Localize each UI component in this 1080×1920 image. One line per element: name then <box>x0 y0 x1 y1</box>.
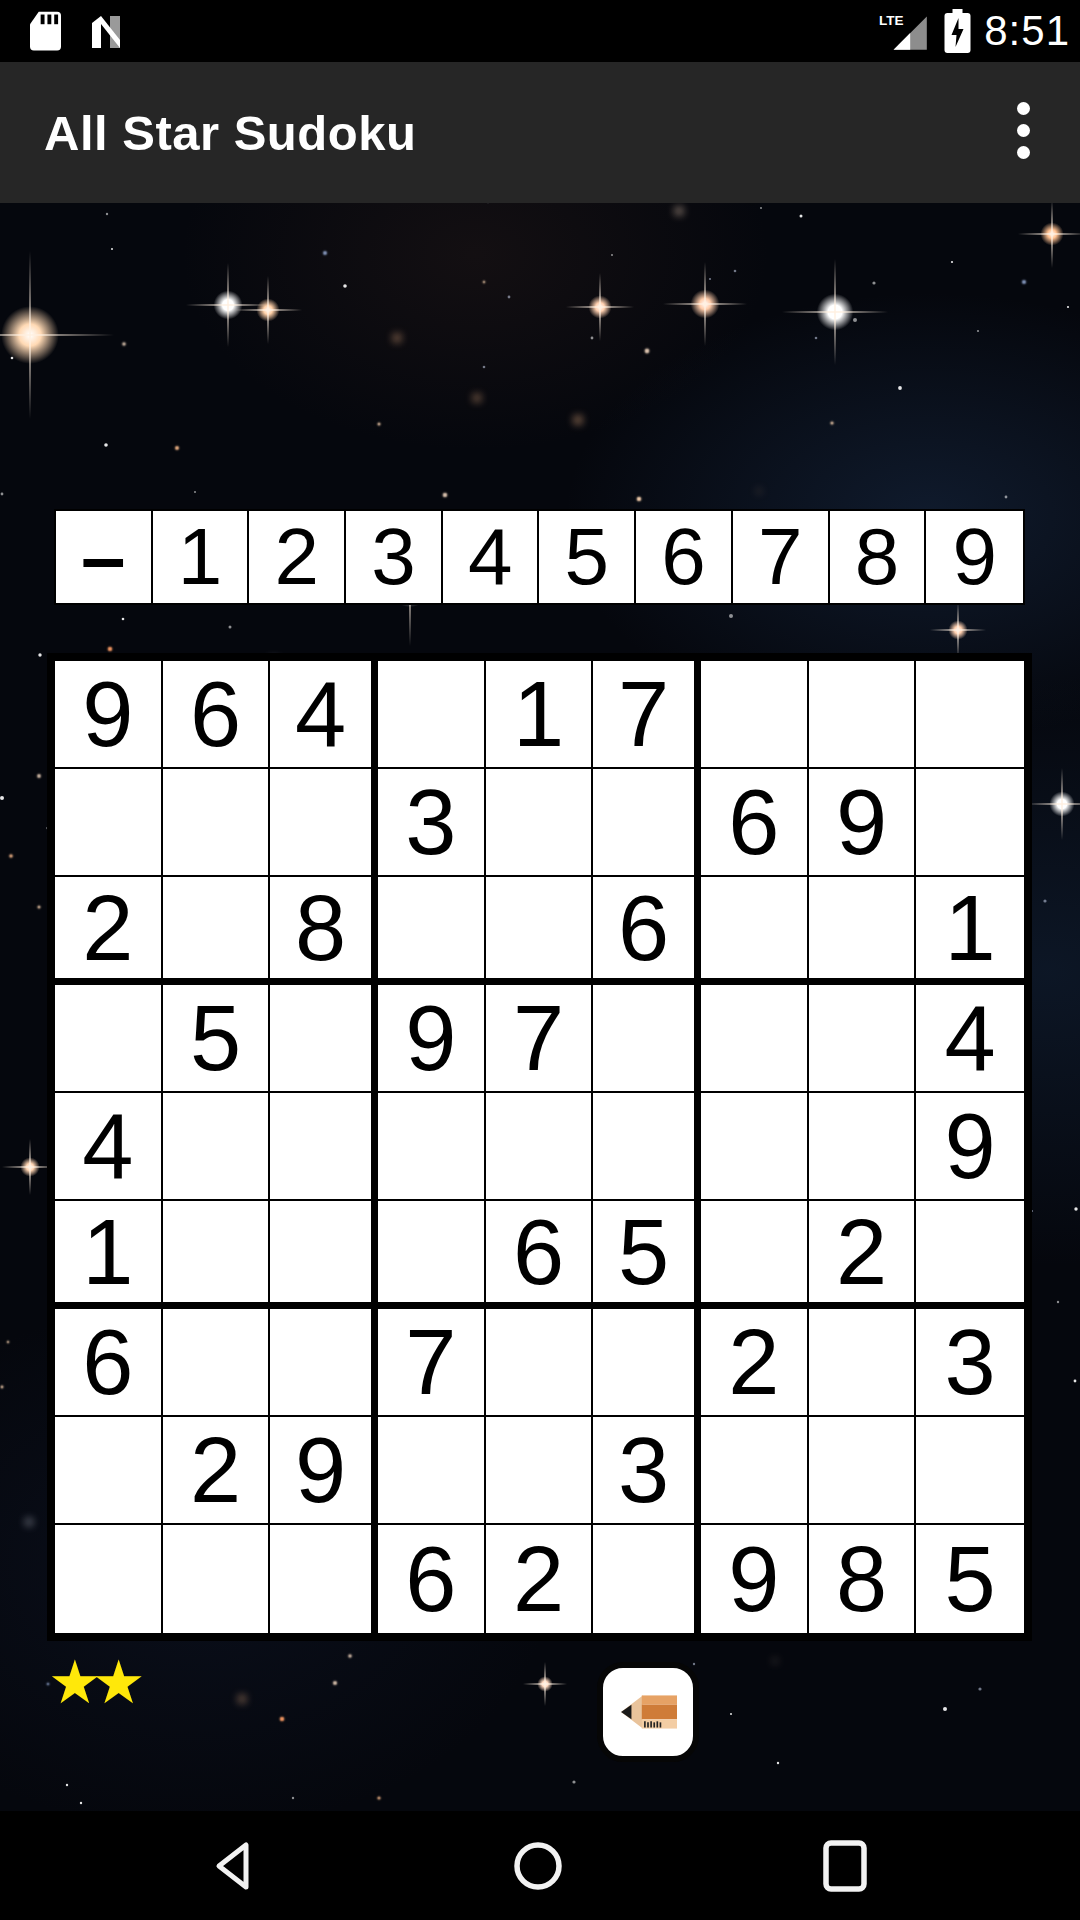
sudoku-cell-r2c8[interactable]: 9 <box>809 769 917 877</box>
sudoku-cell-r7c9[interactable]: 3 <box>916 1309 1024 1417</box>
battery-charging-icon <box>944 9 971 53</box>
sudoku-cell-r8c6[interactable]: 3 <box>593 1417 701 1525</box>
sudoku-cell-r9c8[interactable]: 8 <box>809 1525 917 1633</box>
sudoku-cell-r1c8[interactable] <box>809 661 917 769</box>
sudoku-cell-r2c2[interactable] <box>163 769 271 877</box>
status-bar-left <box>30 0 125 62</box>
sudoku-cell-r2c9[interactable] <box>916 769 1024 877</box>
sd-card-icon <box>30 11 61 51</box>
sudoku-cell-r3c2[interactable] <box>163 877 271 985</box>
sudoku-cell-r3c3[interactable]: 8 <box>270 877 378 985</box>
sudoku-cell-r9c6[interactable] <box>593 1525 701 1633</box>
sudoku-cell-r9c4[interactable]: 6 <box>378 1525 486 1633</box>
sudoku-cell-r5c4[interactable] <box>378 1093 486 1201</box>
sudoku-cell-r9c5[interactable]: 2 <box>486 1525 594 1633</box>
sudoku-cell-r8c5[interactable] <box>486 1417 594 1525</box>
difficulty-star-icon: ★ <box>48 1647 92 1717</box>
sudoku-cell-r7c7[interactable]: 2 <box>701 1309 809 1417</box>
sudoku-cell-r8c9[interactable] <box>916 1417 1024 1525</box>
sudoku-cell-r3c8[interactable] <box>809 877 917 985</box>
sudoku-cell-r5c7[interactable] <box>701 1093 809 1201</box>
clock: 8:51 <box>984 7 1070 55</box>
sudoku-cell-r7c6[interactable] <box>593 1309 701 1417</box>
sudoku-cell-r2c6[interactable] <box>593 769 701 877</box>
sudoku-cell-r4c9[interactable]: 4 <box>916 985 1024 1093</box>
sudoku-cell-r4c7[interactable] <box>701 985 809 1093</box>
difficulty-star-icon: ★ <box>92 1647 136 1717</box>
sudoku-cell-r4c8[interactable] <box>809 985 917 1093</box>
signal-icon: LTE <box>879 12 931 50</box>
sudoku-cell-r8c2[interactable]: 2 <box>163 1417 271 1525</box>
palette-4-button[interactable]: 4 <box>443 511 540 603</box>
sudoku-cell-r6c2[interactable] <box>163 1201 271 1309</box>
sudoku-cell-r1c4[interactable] <box>378 661 486 769</box>
sudoku-cell-r6c1[interactable]: 1 <box>55 1201 163 1309</box>
overflow-menu-icon[interactable] <box>1017 102 1030 159</box>
palette-7-button[interactable]: 7 <box>733 511 830 603</box>
nav-bar <box>0 1811 1080 1920</box>
sudoku-cell-r9c1[interactable] <box>55 1525 163 1633</box>
palette-9-button[interactable]: 9 <box>926 511 1023 603</box>
sudoku-cell-r8c3[interactable]: 9 <box>270 1417 378 1525</box>
palette-2-button[interactable]: 2 <box>249 511 346 603</box>
sudoku-cell-r1c5[interactable]: 1 <box>486 661 594 769</box>
sudoku-cell-r8c7[interactable] <box>701 1417 809 1525</box>
sudoku-cell-r9c7[interactable]: 9 <box>701 1525 809 1633</box>
sudoku-cell-r4c3[interactable] <box>270 985 378 1093</box>
palette-6-button[interactable]: 6 <box>636 511 733 603</box>
palette-5-button[interactable]: 5 <box>539 511 636 603</box>
recents-button[interactable] <box>821 1840 869 1892</box>
sudoku-cell-r2c4[interactable]: 3 <box>378 769 486 877</box>
sudoku-cell-r6c6[interactable]: 5 <box>593 1201 701 1309</box>
home-button[interactable] <box>512 1840 564 1892</box>
sudoku-cell-r5c1[interactable]: 4 <box>55 1093 163 1201</box>
app-bar: All Star Sudoku <box>0 62 1080 203</box>
sudoku-cell-r1c7[interactable] <box>701 661 809 769</box>
sudoku-cell-r2c5[interactable] <box>486 769 594 877</box>
sudoku-cell-r7c8[interactable] <box>809 1309 917 1417</box>
sudoku-cell-r7c3[interactable] <box>270 1309 378 1417</box>
sudoku-cell-r7c1[interactable]: 6 <box>55 1309 163 1417</box>
sudoku-cell-r3c5[interactable] <box>486 877 594 985</box>
palette-3-button[interactable]: 3 <box>346 511 443 603</box>
back-button[interactable] <box>211 1840 255 1892</box>
sudoku-cell-r1c2[interactable]: 6 <box>163 661 271 769</box>
difficulty-stars: ★★ <box>48 1652 136 1712</box>
sudoku-cell-r6c9[interactable] <box>916 1201 1024 1309</box>
sudoku-cell-r8c8[interactable] <box>809 1417 917 1525</box>
network-label: LTE <box>879 13 904 28</box>
status-bar-right: LTE 8:51 <box>879 0 1070 62</box>
sudoku-cell-r6c4[interactable] <box>378 1201 486 1309</box>
page-title: All Star Sudoku <box>44 62 416 203</box>
sudoku-cell-r5c9[interactable]: 9 <box>916 1093 1024 1201</box>
sudoku-cell-r1c1[interactable]: 9 <box>55 661 163 769</box>
recents-icon <box>821 1840 869 1892</box>
sudoku-cell-r4c1[interactable] <box>55 985 163 1093</box>
sudoku-cell-r4c4[interactable]: 9 <box>378 985 486 1093</box>
pencil-mode-button[interactable] <box>597 1662 699 1762</box>
sudoku-cell-r7c5[interactable] <box>486 1309 594 1417</box>
sudoku-cell-r5c8[interactable] <box>809 1093 917 1201</box>
android-nougat-icon <box>87 13 125 49</box>
sudoku-cell-r4c2[interactable]: 5 <box>163 985 271 1093</box>
sudoku-cell-r1c6[interactable]: 7 <box>593 661 701 769</box>
sudoku-cell-r3c6[interactable]: 6 <box>593 877 701 985</box>
sudoku-board: 9641736928615974491652672329362985 <box>47 653 1032 1641</box>
sudoku-cell-r4c5[interactable]: 7 <box>486 985 594 1093</box>
sudoku-cell-r6c8[interactable]: 2 <box>809 1201 917 1309</box>
sudoku-cell-r6c7[interactable] <box>701 1201 809 1309</box>
sudoku-cell-r6c3[interactable] <box>270 1201 378 1309</box>
sudoku-cell-r5c5[interactable] <box>486 1093 594 1201</box>
sudoku-cell-r6c5[interactable]: 6 <box>486 1201 594 1309</box>
sudoku-cell-r7c4[interactable]: 7 <box>378 1309 486 1417</box>
status-bar: LTE 8:51 <box>0 0 1080 62</box>
home-icon <box>512 1840 564 1892</box>
sudoku-cell-r3c1[interactable]: 2 <box>55 877 163 985</box>
palette-1-button[interactable]: 1 <box>153 511 250 603</box>
sudoku-cell-r1c9[interactable] <box>916 661 1024 769</box>
sudoku-cell-r4c6[interactable] <box>593 985 701 1093</box>
palette-8-button[interactable]: 8 <box>830 511 927 603</box>
number-palette: –123456789 <box>54 509 1025 605</box>
pencil-icon <box>614 1683 682 1741</box>
sudoku-cell-r5c6[interactable] <box>593 1093 701 1201</box>
sudoku-cell-r9c2[interactable] <box>163 1525 271 1633</box>
sudoku-cell-r5c2[interactable] <box>163 1093 271 1201</box>
sudoku-cell-r9c3[interactable] <box>270 1525 378 1633</box>
sudoku-cell-r3c7[interactable] <box>701 877 809 985</box>
sudoku-cell-r3c9[interactable]: 1 <box>916 877 1024 985</box>
palette-erase-button[interactable]: – <box>56 511 153 603</box>
sudoku-cell-r7c2[interactable] <box>163 1309 271 1417</box>
sudoku-cell-r2c1[interactable] <box>55 769 163 877</box>
back-icon <box>211 1840 255 1892</box>
sudoku-cell-r8c1[interactable] <box>55 1417 163 1525</box>
sudoku-cell-r9c9[interactable]: 5 <box>916 1525 1024 1633</box>
sudoku-cell-r5c3[interactable] <box>270 1093 378 1201</box>
sudoku-cell-r2c3[interactable] <box>270 769 378 877</box>
sudoku-cell-r3c4[interactable] <box>378 877 486 985</box>
sudoku-cell-r8c4[interactable] <box>378 1417 486 1525</box>
sudoku-cell-r2c7[interactable]: 6 <box>701 769 809 877</box>
sudoku-cell-r1c3[interactable]: 4 <box>270 661 378 769</box>
